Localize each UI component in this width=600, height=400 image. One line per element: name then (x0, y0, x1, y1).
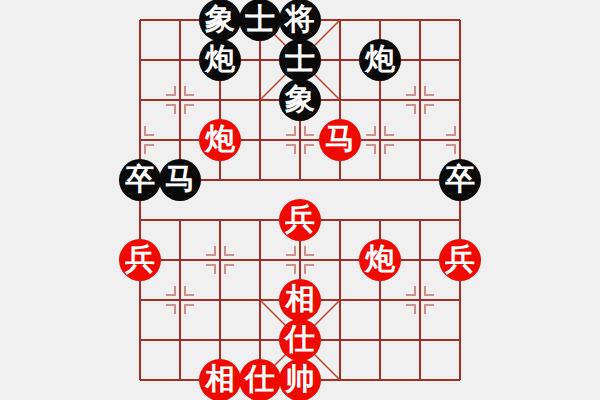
piece-glyph: 将 (285, 4, 315, 34)
piece-glyph: 仕 (285, 324, 315, 354)
piece-glyph: 卒 (445, 164, 475, 194)
piece-red-pawn[interactable]: 兵 (279, 199, 321, 241)
piece-red-pawn[interactable]: 兵 (439, 239, 481, 281)
piece-glyph: 炮 (205, 124, 235, 154)
piece-black-pawn[interactable]: 卒 (119, 159, 161, 201)
pieces-layer: 象士将炮士炮象卒马卒炮马兵兵炮兵相仕相仕帅 (0, 0, 600, 400)
piece-black-cannon[interactable]: 炮 (199, 39, 241, 81)
piece-black-general[interactable]: 将 (279, 0, 321, 41)
piece-glyph: 马 (325, 124, 355, 154)
piece-black-elephant[interactable]: 象 (279, 79, 321, 121)
piece-red-elephant[interactable]: 相 (199, 359, 241, 400)
piece-black-cannon[interactable]: 炮 (359, 39, 401, 81)
piece-red-cannon[interactable]: 炮 (359, 239, 401, 281)
piece-red-cannon[interactable]: 炮 (199, 119, 241, 161)
piece-glyph: 帅 (285, 364, 315, 394)
piece-glyph: 士 (245, 4, 275, 34)
piece-glyph: 象 (205, 4, 235, 34)
piece-glyph: 仕 (245, 364, 275, 394)
piece-glyph: 马 (165, 164, 195, 194)
piece-glyph: 炮 (365, 44, 395, 74)
piece-glyph: 兵 (285, 204, 315, 234)
piece-glyph: 炮 (205, 44, 235, 74)
piece-glyph: 兵 (125, 244, 155, 274)
piece-black-pawn[interactable]: 卒 (439, 159, 481, 201)
piece-glyph: 炮 (365, 244, 395, 274)
piece-red-advisor[interactable]: 仕 (239, 359, 281, 400)
piece-black-advisor[interactable]: 士 (279, 39, 321, 81)
piece-red-general[interactable]: 帅 (279, 359, 321, 400)
piece-black-advisor[interactable]: 士 (239, 0, 281, 41)
piece-glyph: 相 (285, 284, 315, 314)
piece-black-horse[interactable]: 马 (159, 159, 201, 201)
xiangqi-app: 象士将炮士炮象卒马卒炮马兵兵炮兵相仕相仕帅 (0, 0, 600, 400)
piece-red-horse[interactable]: 马 (319, 119, 361, 161)
piece-glyph: 兵 (445, 244, 475, 274)
piece-glyph: 士 (285, 44, 315, 74)
piece-glyph: 相 (205, 364, 235, 394)
piece-red-advisor[interactable]: 仕 (279, 319, 321, 361)
piece-black-elephant[interactable]: 象 (199, 0, 241, 41)
piece-glyph: 象 (285, 84, 315, 114)
piece-red-pawn[interactable]: 兵 (119, 239, 161, 281)
piece-glyph: 卒 (125, 164, 155, 194)
piece-red-elephant[interactable]: 相 (279, 279, 321, 321)
